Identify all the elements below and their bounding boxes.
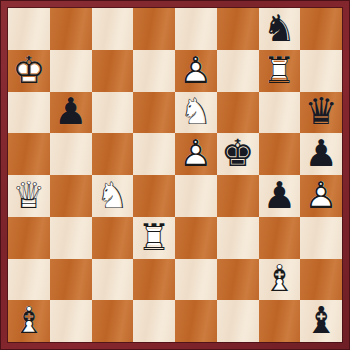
piece-white-king[interactable]: ♚♔ [8, 50, 50, 92]
square-f7[interactable] [217, 50, 259, 92]
square-c3[interactable] [92, 217, 134, 259]
square-c5[interactable] [92, 133, 134, 175]
chess-board: ♞♚♔♟♙♜♖♟♞♘♛♟♙♚♟♛♕♞♘♟♟♙♜♖♝♗♝♗♝ [8, 8, 342, 342]
piece-white-pawn[interactable]: ♟♙ [300, 175, 342, 217]
square-c6[interactable] [92, 92, 134, 134]
square-d4[interactable] [133, 175, 175, 217]
white-rook-glyph-outline: ♖ [259, 51, 301, 88]
piece-white-knight[interactable]: ♞♘ [92, 175, 134, 217]
square-d5[interactable] [133, 133, 175, 175]
piece-black-king[interactable]: ♚ [217, 133, 259, 175]
black-knight-glyph: ♞ [259, 10, 301, 47]
white-pawn-glyph-outline: ♙ [175, 135, 217, 172]
square-d3[interactable]: ♜♖ [133, 217, 175, 259]
square-b1[interactable] [50, 300, 92, 342]
square-g8[interactable]: ♞ [259, 8, 301, 50]
piece-white-pawn[interactable]: ♟♙ [175, 50, 217, 92]
square-e4[interactable] [175, 175, 217, 217]
square-h5[interactable]: ♟ [300, 133, 342, 175]
square-h1[interactable]: ♝ [300, 300, 342, 342]
square-c4[interactable]: ♞♘ [92, 175, 134, 217]
square-f5[interactable]: ♚ [217, 133, 259, 175]
square-h7[interactable] [300, 50, 342, 92]
chess-board-frame: ♞♚♔♟♙♜♖♟♞♘♛♟♙♚♟♛♕♞♘♟♟♙♜♖♝♗♝♗♝ [0, 0, 350, 350]
square-g3[interactable] [259, 217, 301, 259]
square-b7[interactable] [50, 50, 92, 92]
piece-white-rook[interactable]: ♜♖ [259, 50, 301, 92]
square-e7[interactable]: ♟♙ [175, 50, 217, 92]
white-knight-glyph-outline: ♘ [175, 93, 217, 130]
square-c1[interactable] [92, 300, 134, 342]
square-b5[interactable] [50, 133, 92, 175]
square-h8[interactable] [300, 8, 342, 50]
piece-white-bishop[interactable]: ♝♗ [8, 300, 50, 342]
piece-black-pawn[interactable]: ♟ [259, 175, 301, 217]
black-pawn-glyph: ♟ [300, 135, 342, 172]
square-c8[interactable] [92, 8, 134, 50]
square-g7[interactable]: ♜♖ [259, 50, 301, 92]
square-e1[interactable] [175, 300, 217, 342]
piece-white-pawn[interactable]: ♟♙ [175, 133, 217, 175]
square-b2[interactable] [50, 259, 92, 301]
square-a4[interactable]: ♛♕ [8, 175, 50, 217]
piece-white-knight[interactable]: ♞♘ [175, 92, 217, 134]
square-d8[interactable] [133, 8, 175, 50]
white-rook-glyph-outline: ♖ [133, 218, 175, 255]
black-queen-glyph: ♛ [300, 93, 342, 130]
white-king-glyph-outline: ♔ [8, 51, 50, 88]
square-f8[interactable] [217, 8, 259, 50]
square-e8[interactable] [175, 8, 217, 50]
square-h4[interactable]: ♟♙ [300, 175, 342, 217]
white-pawn-glyph-outline: ♙ [300, 177, 342, 214]
square-b4[interactable] [50, 175, 92, 217]
square-a6[interactable] [8, 92, 50, 134]
piece-black-bishop[interactable]: ♝ [300, 300, 342, 342]
white-bishop-glyph-outline: ♗ [8, 302, 50, 339]
square-b3[interactable] [50, 217, 92, 259]
piece-white-queen[interactable]: ♛♕ [8, 175, 50, 217]
black-bishop-glyph: ♝ [300, 302, 342, 339]
white-knight-glyph-outline: ♘ [92, 177, 134, 214]
square-d6[interactable] [133, 92, 175, 134]
square-a1[interactable]: ♝♗ [8, 300, 50, 342]
black-king-glyph: ♚ [217, 135, 259, 172]
square-e3[interactable] [175, 217, 217, 259]
white-bishop-glyph-outline: ♗ [259, 260, 301, 297]
square-h6[interactable]: ♛ [300, 92, 342, 134]
piece-white-bishop[interactable]: ♝♗ [259, 259, 301, 301]
square-a7[interactable]: ♚♔ [8, 50, 50, 92]
square-f6[interactable] [217, 92, 259, 134]
square-f4[interactable] [217, 175, 259, 217]
square-a3[interactable] [8, 217, 50, 259]
square-d7[interactable] [133, 50, 175, 92]
square-a2[interactable] [8, 259, 50, 301]
square-e5[interactable]: ♟♙ [175, 133, 217, 175]
square-f2[interactable] [217, 259, 259, 301]
square-b8[interactable] [50, 8, 92, 50]
white-pawn-glyph-outline: ♙ [175, 51, 217, 88]
piece-black-knight[interactable]: ♞ [259, 8, 301, 50]
square-d2[interactable] [133, 259, 175, 301]
black-pawn-glyph: ♟ [50, 93, 92, 130]
square-g1[interactable] [259, 300, 301, 342]
square-g6[interactable] [259, 92, 301, 134]
square-d1[interactable] [133, 300, 175, 342]
square-h2[interactable] [300, 259, 342, 301]
piece-black-queen[interactable]: ♛ [300, 92, 342, 134]
square-c2[interactable] [92, 259, 134, 301]
square-g5[interactable] [259, 133, 301, 175]
square-g4[interactable]: ♟ [259, 175, 301, 217]
square-f3[interactable] [217, 217, 259, 259]
black-pawn-glyph: ♟ [259, 177, 301, 214]
white-queen-glyph-outline: ♕ [8, 177, 50, 214]
square-g2[interactable]: ♝♗ [259, 259, 301, 301]
square-e2[interactable] [175, 259, 217, 301]
square-a5[interactable] [8, 133, 50, 175]
piece-white-rook[interactable]: ♜♖ [133, 217, 175, 259]
piece-black-pawn[interactable]: ♟ [300, 133, 342, 175]
square-h3[interactable] [300, 217, 342, 259]
square-b6[interactable]: ♟ [50, 92, 92, 134]
piece-black-pawn[interactable]: ♟ [50, 92, 92, 134]
square-e6[interactable]: ♞♘ [175, 92, 217, 134]
square-a8[interactable] [8, 8, 50, 50]
square-c7[interactable] [92, 50, 134, 92]
square-f1[interactable] [217, 300, 259, 342]
